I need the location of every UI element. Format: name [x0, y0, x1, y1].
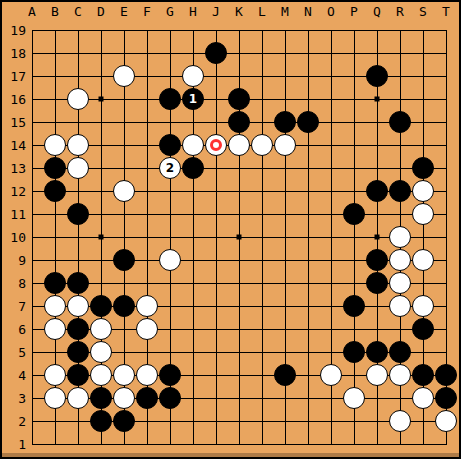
point-A15[interactable] [21, 111, 44, 134]
point-F10[interactable] [136, 226, 159, 249]
point-H3[interactable] [182, 387, 205, 410]
point-P8[interactable] [343, 272, 366, 295]
point-R8[interactable] [389, 272, 412, 295]
point-R12[interactable] [389, 180, 412, 203]
point-A19[interactable] [21, 19, 44, 42]
point-A5[interactable] [21, 341, 44, 364]
point-L10[interactable] [251, 226, 274, 249]
point-L3[interactable] [251, 387, 274, 410]
point-C5[interactable] [67, 341, 90, 364]
point-A1[interactable] [21, 433, 44, 456]
point-Q2[interactable] [366, 410, 389, 433]
point-K17[interactable] [228, 65, 251, 88]
point-S2[interactable] [412, 410, 435, 433]
point-C1[interactable] [67, 433, 90, 456]
point-M13[interactable] [274, 157, 297, 180]
point-F19[interactable] [136, 19, 159, 42]
point-G5[interactable] [159, 341, 182, 364]
point-F8[interactable] [136, 272, 159, 295]
point-T4[interactable] [435, 364, 458, 387]
point-K4[interactable] [228, 364, 251, 387]
point-P1[interactable] [343, 433, 366, 456]
point-A9[interactable] [21, 249, 44, 272]
point-D12[interactable] [90, 180, 113, 203]
point-Q3[interactable] [366, 387, 389, 410]
point-N1[interactable] [297, 433, 320, 456]
point-N9[interactable] [297, 249, 320, 272]
point-G11[interactable] [159, 203, 182, 226]
point-T19[interactable] [435, 19, 458, 42]
point-L9[interactable] [251, 249, 274, 272]
point-R3[interactable] [389, 387, 412, 410]
point-N15[interactable] [297, 111, 320, 134]
point-L14[interactable] [251, 134, 274, 157]
point-C4[interactable] [67, 364, 90, 387]
point-E12[interactable] [113, 180, 136, 203]
point-O13[interactable] [320, 157, 343, 180]
point-N6[interactable] [297, 318, 320, 341]
point-S3[interactable] [412, 387, 435, 410]
point-R11[interactable] [389, 203, 412, 226]
point-S7[interactable] [412, 295, 435, 318]
point-Q19[interactable] [366, 19, 389, 42]
point-T2[interactable] [435, 410, 458, 433]
point-P5[interactable] [343, 341, 366, 364]
point-E2[interactable] [113, 410, 136, 433]
point-J16[interactable] [205, 88, 228, 111]
point-H8[interactable] [182, 272, 205, 295]
point-M19[interactable] [274, 19, 297, 42]
point-N10[interactable] [297, 226, 320, 249]
point-R7[interactable] [389, 295, 412, 318]
point-D11[interactable] [90, 203, 113, 226]
point-D3[interactable] [90, 387, 113, 410]
point-P16[interactable] [343, 88, 366, 111]
point-T14[interactable] [435, 134, 458, 157]
point-K13[interactable] [228, 157, 251, 180]
point-E1[interactable] [113, 433, 136, 456]
point-Q9[interactable] [366, 249, 389, 272]
point-G18[interactable] [159, 42, 182, 65]
point-T10[interactable] [435, 226, 458, 249]
point-L18[interactable] [251, 42, 274, 65]
point-G4[interactable] [159, 364, 182, 387]
point-J10[interactable] [205, 226, 228, 249]
point-F11[interactable] [136, 203, 159, 226]
point-E19[interactable] [113, 19, 136, 42]
point-L11[interactable] [251, 203, 274, 226]
point-M3[interactable] [274, 387, 297, 410]
point-A6[interactable] [21, 318, 44, 341]
point-L19[interactable] [251, 19, 274, 42]
point-H17[interactable] [182, 65, 205, 88]
point-F17[interactable] [136, 65, 159, 88]
point-Q11[interactable] [366, 203, 389, 226]
point-O18[interactable] [320, 42, 343, 65]
point-L4[interactable] [251, 364, 274, 387]
point-G8[interactable] [159, 272, 182, 295]
point-T8[interactable] [435, 272, 458, 295]
point-J1[interactable] [205, 433, 228, 456]
point-M1[interactable] [274, 433, 297, 456]
point-E6[interactable] [113, 318, 136, 341]
point-M16[interactable] [274, 88, 297, 111]
point-N14[interactable] [297, 134, 320, 157]
point-M15[interactable] [274, 111, 297, 134]
point-E16[interactable] [113, 88, 136, 111]
point-N8[interactable] [297, 272, 320, 295]
point-D1[interactable] [90, 433, 113, 456]
point-E17[interactable] [113, 65, 136, 88]
point-A13[interactable] [21, 157, 44, 180]
point-S13[interactable] [412, 157, 435, 180]
point-A8[interactable] [21, 272, 44, 295]
point-D6[interactable] [90, 318, 113, 341]
point-G14[interactable] [159, 134, 182, 157]
point-J19[interactable] [205, 19, 228, 42]
point-T9[interactable] [435, 249, 458, 272]
point-C13[interactable] [67, 157, 90, 180]
point-H1[interactable] [182, 433, 205, 456]
point-T3[interactable] [435, 387, 458, 410]
point-P17[interactable] [343, 65, 366, 88]
point-L6[interactable] [251, 318, 274, 341]
point-H18[interactable] [182, 42, 205, 65]
point-K12[interactable] [228, 180, 251, 203]
point-S12[interactable] [412, 180, 435, 203]
point-B3[interactable] [44, 387, 67, 410]
point-M12[interactable] [274, 180, 297, 203]
point-O4[interactable] [320, 364, 343, 387]
point-A10[interactable] [21, 226, 44, 249]
point-R19[interactable] [389, 19, 412, 42]
point-C14[interactable] [67, 134, 90, 157]
point-B9[interactable] [44, 249, 67, 272]
point-C7[interactable] [67, 295, 90, 318]
point-S18[interactable] [412, 42, 435, 65]
point-A11[interactable] [21, 203, 44, 226]
point-C18[interactable] [67, 42, 90, 65]
point-B5[interactable] [44, 341, 67, 364]
point-S6[interactable] [412, 318, 435, 341]
point-S14[interactable] [412, 134, 435, 157]
point-P13[interactable] [343, 157, 366, 180]
point-J3[interactable] [205, 387, 228, 410]
point-M4[interactable] [274, 364, 297, 387]
point-J14[interactable] [205, 134, 228, 157]
point-T18[interactable] [435, 42, 458, 65]
point-B6[interactable] [44, 318, 67, 341]
point-O5[interactable] [320, 341, 343, 364]
point-P9[interactable] [343, 249, 366, 272]
point-B12[interactable] [44, 180, 67, 203]
point-E5[interactable] [113, 341, 136, 364]
point-K16[interactable] [228, 88, 251, 111]
point-L2[interactable] [251, 410, 274, 433]
point-D13[interactable] [90, 157, 113, 180]
point-F18[interactable] [136, 42, 159, 65]
point-D18[interactable] [90, 42, 113, 65]
point-D2[interactable] [90, 410, 113, 433]
point-P6[interactable] [343, 318, 366, 341]
point-M8[interactable] [274, 272, 297, 295]
point-D4[interactable] [90, 364, 113, 387]
point-G1[interactable] [159, 433, 182, 456]
point-T1[interactable] [435, 433, 458, 456]
point-C19[interactable] [67, 19, 90, 42]
point-D7[interactable] [90, 295, 113, 318]
point-B7[interactable] [44, 295, 67, 318]
point-D17[interactable] [90, 65, 113, 88]
point-P3[interactable] [343, 387, 366, 410]
point-E15[interactable] [113, 111, 136, 134]
point-C12[interactable] [67, 180, 90, 203]
point-H9[interactable] [182, 249, 205, 272]
point-Q7[interactable] [366, 295, 389, 318]
point-G16[interactable] [159, 88, 182, 111]
point-N16[interactable] [297, 88, 320, 111]
point-N3[interactable] [297, 387, 320, 410]
point-J11[interactable] [205, 203, 228, 226]
point-Q16[interactable] [366, 88, 389, 111]
point-K14[interactable] [228, 134, 251, 157]
point-G7[interactable] [159, 295, 182, 318]
point-O11[interactable] [320, 203, 343, 226]
point-O10[interactable] [320, 226, 343, 249]
point-P12[interactable] [343, 180, 366, 203]
point-H5[interactable] [182, 341, 205, 364]
point-G10[interactable] [159, 226, 182, 249]
point-S8[interactable] [412, 272, 435, 295]
point-P11[interactable] [343, 203, 366, 226]
point-Q4[interactable] [366, 364, 389, 387]
point-Q15[interactable] [366, 111, 389, 134]
point-Q1[interactable] [366, 433, 389, 456]
point-H19[interactable] [182, 19, 205, 42]
point-H11[interactable] [182, 203, 205, 226]
point-O6[interactable] [320, 318, 343, 341]
point-L16[interactable] [251, 88, 274, 111]
point-M18[interactable] [274, 42, 297, 65]
point-N19[interactable] [297, 19, 320, 42]
point-E11[interactable] [113, 203, 136, 226]
point-F5[interactable] [136, 341, 159, 364]
point-D8[interactable] [90, 272, 113, 295]
point-F12[interactable] [136, 180, 159, 203]
point-J7[interactable] [205, 295, 228, 318]
point-H13[interactable] [182, 157, 205, 180]
point-T6[interactable] [435, 318, 458, 341]
point-R9[interactable] [389, 249, 412, 272]
point-S16[interactable] [412, 88, 435, 111]
point-O1[interactable] [320, 433, 343, 456]
point-Q10[interactable] [366, 226, 389, 249]
point-R18[interactable] [389, 42, 412, 65]
point-B15[interactable] [44, 111, 67, 134]
point-J5[interactable] [205, 341, 228, 364]
point-K5[interactable] [228, 341, 251, 364]
point-C17[interactable] [67, 65, 90, 88]
point-T15[interactable] [435, 111, 458, 134]
point-E4[interactable] [113, 364, 136, 387]
point-M10[interactable] [274, 226, 297, 249]
point-P14[interactable] [343, 134, 366, 157]
point-K2[interactable] [228, 410, 251, 433]
point-R5[interactable] [389, 341, 412, 364]
point-H4[interactable] [182, 364, 205, 387]
point-B1[interactable] [44, 433, 67, 456]
point-A7[interactable] [21, 295, 44, 318]
point-T17[interactable] [435, 65, 458, 88]
point-J17[interactable] [205, 65, 228, 88]
point-O12[interactable] [320, 180, 343, 203]
point-M14[interactable] [274, 134, 297, 157]
point-M5[interactable] [274, 341, 297, 364]
point-N18[interactable] [297, 42, 320, 65]
point-N2[interactable] [297, 410, 320, 433]
point-M17[interactable] [274, 65, 297, 88]
point-H7[interactable] [182, 295, 205, 318]
point-N12[interactable] [297, 180, 320, 203]
point-K19[interactable] [228, 19, 251, 42]
point-M11[interactable] [274, 203, 297, 226]
point-E9[interactable] [113, 249, 136, 272]
point-G19[interactable] [159, 19, 182, 42]
point-G2[interactable] [159, 410, 182, 433]
point-R2[interactable] [389, 410, 412, 433]
point-C2[interactable] [67, 410, 90, 433]
point-A14[interactable] [21, 134, 44, 157]
point-S15[interactable] [412, 111, 435, 134]
point-M9[interactable] [274, 249, 297, 272]
point-R10[interactable] [389, 226, 412, 249]
point-J2[interactable] [205, 410, 228, 433]
point-O2[interactable] [320, 410, 343, 433]
point-H10[interactable] [182, 226, 205, 249]
point-N7[interactable] [297, 295, 320, 318]
point-K18[interactable] [228, 42, 251, 65]
point-B14[interactable] [44, 134, 67, 157]
point-E8[interactable] [113, 272, 136, 295]
point-L1[interactable] [251, 433, 274, 456]
point-L13[interactable] [251, 157, 274, 180]
point-G12[interactable] [159, 180, 182, 203]
point-A17[interactable] [21, 65, 44, 88]
point-B10[interactable] [44, 226, 67, 249]
point-F15[interactable] [136, 111, 159, 134]
point-S10[interactable] [412, 226, 435, 249]
point-D10[interactable] [90, 226, 113, 249]
point-O9[interactable] [320, 249, 343, 272]
point-T7[interactable] [435, 295, 458, 318]
point-D19[interactable] [90, 19, 113, 42]
point-K10[interactable] [228, 226, 251, 249]
point-C9[interactable] [67, 249, 90, 272]
point-C11[interactable] [67, 203, 90, 226]
point-O19[interactable] [320, 19, 343, 42]
point-T12[interactable] [435, 180, 458, 203]
point-H14[interactable] [182, 134, 205, 157]
point-Q6[interactable] [366, 318, 389, 341]
point-S5[interactable] [412, 341, 435, 364]
point-T13[interactable] [435, 157, 458, 180]
point-Q8[interactable] [366, 272, 389, 295]
point-A12[interactable] [21, 180, 44, 203]
point-E14[interactable] [113, 134, 136, 157]
point-M6[interactable] [274, 318, 297, 341]
point-P18[interactable] [343, 42, 366, 65]
point-G17[interactable] [159, 65, 182, 88]
point-J18[interactable] [205, 42, 228, 65]
point-S19[interactable] [412, 19, 435, 42]
point-E18[interactable] [113, 42, 136, 65]
point-E13[interactable] [113, 157, 136, 180]
point-N11[interactable] [297, 203, 320, 226]
point-B18[interactable] [44, 42, 67, 65]
point-H12[interactable] [182, 180, 205, 203]
point-D14[interactable] [90, 134, 113, 157]
point-H2[interactable] [182, 410, 205, 433]
point-G3[interactable] [159, 387, 182, 410]
point-J12[interactable] [205, 180, 228, 203]
point-G9[interactable] [159, 249, 182, 272]
point-A3[interactable] [21, 387, 44, 410]
point-B11[interactable] [44, 203, 67, 226]
point-N5[interactable] [297, 341, 320, 364]
point-A4[interactable] [21, 364, 44, 387]
point-A18[interactable] [21, 42, 44, 65]
point-O17[interactable] [320, 65, 343, 88]
point-M2[interactable] [274, 410, 297, 433]
point-B19[interactable] [44, 19, 67, 42]
point-E10[interactable] [113, 226, 136, 249]
point-R16[interactable] [389, 88, 412, 111]
point-F6[interactable] [136, 318, 159, 341]
point-C6[interactable] [67, 318, 90, 341]
point-E7[interactable] [113, 295, 136, 318]
point-N17[interactable] [297, 65, 320, 88]
point-S1[interactable] [412, 433, 435, 456]
point-A16[interactable] [21, 88, 44, 111]
point-C8[interactable] [67, 272, 90, 295]
point-T16[interactable] [435, 88, 458, 111]
point-Q14[interactable] [366, 134, 389, 157]
point-R17[interactable] [389, 65, 412, 88]
point-H15[interactable] [182, 111, 205, 134]
point-E3[interactable] [113, 387, 136, 410]
point-L12[interactable] [251, 180, 274, 203]
point-A2[interactable] [21, 410, 44, 433]
point-D16[interactable] [90, 88, 113, 111]
point-B16[interactable] [44, 88, 67, 111]
point-C3[interactable] [67, 387, 90, 410]
point-K1[interactable] [228, 433, 251, 456]
point-N4[interactable] [297, 364, 320, 387]
point-S4[interactable] [412, 364, 435, 387]
point-R1[interactable] [389, 433, 412, 456]
point-F7[interactable] [136, 295, 159, 318]
point-J9[interactable] [205, 249, 228, 272]
point-K9[interactable] [228, 249, 251, 272]
point-L5[interactable] [251, 341, 274, 364]
point-P7[interactable] [343, 295, 366, 318]
point-J13[interactable] [205, 157, 228, 180]
point-Q18[interactable] [366, 42, 389, 65]
point-L7[interactable] [251, 295, 274, 318]
point-C15[interactable] [67, 111, 90, 134]
point-F4[interactable] [136, 364, 159, 387]
point-S9[interactable] [412, 249, 435, 272]
